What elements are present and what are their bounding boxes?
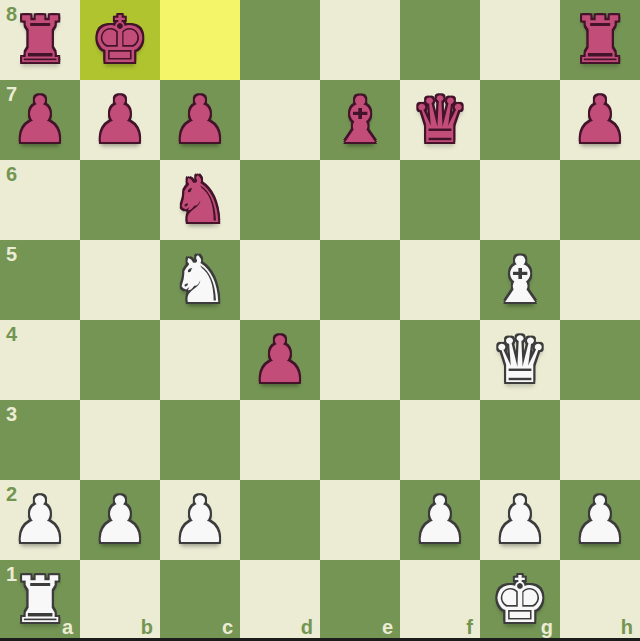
- square-e6[interactable]: [320, 160, 400, 240]
- file-label-c: c: [222, 617, 233, 637]
- square-f2[interactable]: ♟: [400, 480, 480, 560]
- square-f7[interactable]: ♛: [400, 80, 480, 160]
- square-h4[interactable]: [560, 320, 640, 400]
- square-g6[interactable]: [480, 160, 560, 240]
- square-e2[interactable]: [320, 480, 400, 560]
- square-b5[interactable]: [80, 240, 160, 320]
- square-b2[interactable]: ♟: [80, 480, 160, 560]
- square-a1[interactable]: 1a♜: [0, 560, 80, 640]
- rank-label-5: 5: [6, 244, 17, 264]
- square-c4[interactable]: [160, 320, 240, 400]
- file-label-b: b: [141, 617, 153, 637]
- square-d4[interactable]: ♟: [240, 320, 320, 400]
- piece-white-king[interactable]: ♚: [491, 560, 548, 640]
- piece-black-pawn[interactable]: ♟: [91, 80, 148, 160]
- piece-white-rook[interactable]: ♜: [11, 560, 68, 640]
- square-h1[interactable]: h: [560, 560, 640, 640]
- square-b7[interactable]: ♟: [80, 80, 160, 160]
- rank-label-3: 3: [6, 404, 17, 424]
- square-e1[interactable]: e: [320, 560, 400, 640]
- piece-black-king[interactable]: ♚: [91, 0, 148, 80]
- rank-label-6: 6: [6, 164, 17, 184]
- piece-black-pawn[interactable]: ♟: [571, 80, 628, 160]
- square-d8[interactable]: [240, 0, 320, 80]
- square-h6[interactable]: [560, 160, 640, 240]
- square-h8[interactable]: ♜: [560, 0, 640, 80]
- file-label-f: f: [466, 617, 473, 637]
- square-h2[interactable]: ♟: [560, 480, 640, 560]
- piece-white-bishop[interactable]: ♝: [491, 240, 548, 320]
- piece-white-pawn[interactable]: ♟: [571, 480, 628, 560]
- square-b4[interactable]: [80, 320, 160, 400]
- piece-white-pawn[interactable]: ♟: [11, 480, 68, 560]
- square-d3[interactable]: [240, 400, 320, 480]
- square-f1[interactable]: f: [400, 560, 480, 640]
- square-h5[interactable]: [560, 240, 640, 320]
- square-g5[interactable]: ♝: [480, 240, 560, 320]
- square-d7[interactable]: [240, 80, 320, 160]
- square-d6[interactable]: [240, 160, 320, 240]
- square-g1[interactable]: g♚: [480, 560, 560, 640]
- square-a2[interactable]: 2♟: [0, 480, 80, 560]
- square-b8[interactable]: ♚: [80, 0, 160, 80]
- piece-white-pawn[interactable]: ♟: [91, 480, 148, 560]
- square-f8[interactable]: [400, 0, 480, 80]
- square-a7[interactable]: 7♟: [0, 80, 80, 160]
- file-label-h: h: [621, 617, 633, 637]
- piece-white-pawn[interactable]: ♟: [171, 480, 228, 560]
- piece-black-queen[interactable]: ♛: [411, 80, 468, 160]
- square-a5[interactable]: 5: [0, 240, 80, 320]
- piece-black-pawn[interactable]: ♟: [251, 320, 308, 400]
- piece-black-pawn[interactable]: ♟: [171, 80, 228, 160]
- square-a4[interactable]: 4: [0, 320, 80, 400]
- square-e4[interactable]: [320, 320, 400, 400]
- square-f5[interactable]: [400, 240, 480, 320]
- square-c2[interactable]: ♟: [160, 480, 240, 560]
- square-g4[interactable]: ♛: [480, 320, 560, 400]
- square-g7[interactable]: [480, 80, 560, 160]
- square-b3[interactable]: [80, 400, 160, 480]
- square-a3[interactable]: 3: [0, 400, 80, 480]
- file-label-d: d: [301, 617, 313, 637]
- file-label-e: e: [382, 617, 393, 637]
- square-h7[interactable]: ♟: [560, 80, 640, 160]
- square-c6[interactable]: ♞: [160, 160, 240, 240]
- piece-black-bishop[interactable]: ♝: [331, 80, 388, 160]
- square-a8[interactable]: 8♜: [0, 0, 80, 80]
- square-f6[interactable]: [400, 160, 480, 240]
- square-b1[interactable]: b: [80, 560, 160, 640]
- piece-black-pawn[interactable]: ♟: [11, 80, 68, 160]
- piece-black-rook[interactable]: ♜: [571, 0, 628, 80]
- square-d1[interactable]: d: [240, 560, 320, 640]
- piece-white-queen[interactable]: ♛: [491, 320, 548, 400]
- square-c7[interactable]: ♟: [160, 80, 240, 160]
- square-g3[interactable]: [480, 400, 560, 480]
- square-g2[interactable]: ♟: [480, 480, 560, 560]
- square-a6[interactable]: 6: [0, 160, 80, 240]
- square-g8[interactable]: [480, 0, 560, 80]
- piece-white-pawn[interactable]: ♟: [411, 480, 468, 560]
- square-f4[interactable]: [400, 320, 480, 400]
- square-d2[interactable]: [240, 480, 320, 560]
- square-c3[interactable]: [160, 400, 240, 480]
- square-c1[interactable]: c: [160, 560, 240, 640]
- square-e8[interactable]: [320, 0, 400, 80]
- chess-board: 8♜♚♜7♟♟♟♝♛♟6♞5♞♝4♟♛32♟♟♟♟♟♟1a♜bcdefg♚h: [0, 0, 640, 640]
- rank-label-4: 4: [6, 324, 17, 344]
- piece-white-pawn[interactable]: ♟: [491, 480, 548, 560]
- square-e5[interactable]: [320, 240, 400, 320]
- square-b6[interactable]: [80, 160, 160, 240]
- piece-black-knight[interactable]: ♞: [171, 160, 228, 240]
- square-f3[interactable]: [400, 400, 480, 480]
- square-d5[interactable]: [240, 240, 320, 320]
- square-e3[interactable]: [320, 400, 400, 480]
- square-e7[interactable]: ♝: [320, 80, 400, 160]
- chess-board-stage: 8♜♚♜7♟♟♟♝♛♟6♞5♞♝4♟♛32♟♟♟♟♟♟1a♜bcdefg♚h: [0, 0, 640, 641]
- piece-black-rook[interactable]: ♜: [11, 0, 68, 80]
- square-c5[interactable]: ♞: [160, 240, 240, 320]
- square-h3[interactable]: [560, 400, 640, 480]
- square-c8[interactable]: [160, 0, 240, 80]
- piece-white-knight[interactable]: ♞: [171, 240, 228, 320]
